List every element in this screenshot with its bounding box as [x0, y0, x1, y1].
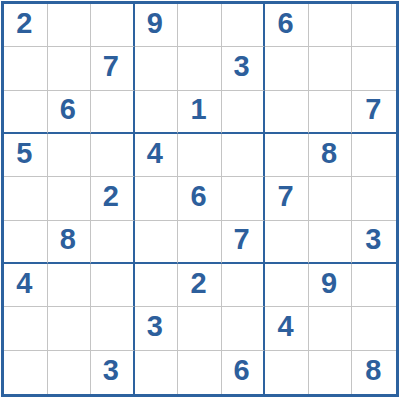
cell-r3c5[interactable]: 1 — [178, 91, 222, 134]
cell-r4c8[interactable]: 8 — [309, 134, 353, 177]
cell-r5c2[interactable] — [48, 177, 92, 220]
cell-r8c1[interactable] — [4, 307, 48, 350]
cell-r1c1[interactable]: 2 — [4, 4, 48, 47]
cell-r9c6[interactable]: 6 — [222, 351, 266, 394]
cell-r4c3[interactable] — [91, 134, 135, 177]
cell-r9c7[interactable] — [265, 351, 309, 394]
cell-r7c9[interactable] — [352, 264, 396, 307]
cell-r5c1[interactable] — [4, 177, 48, 220]
cell-r1c3[interactable] — [91, 4, 135, 47]
cell-r1c4[interactable]: 9 — [135, 4, 179, 47]
cell-r7c5[interactable]: 2 — [178, 264, 222, 307]
cell-r6c7[interactable] — [265, 221, 309, 264]
cell-r7c7[interactable] — [265, 264, 309, 307]
cell-r2c6[interactable]: 3 — [222, 47, 266, 90]
cell-r9c1[interactable] — [4, 351, 48, 394]
cell-r8c8[interactable] — [309, 307, 353, 350]
cell-r9c2[interactable] — [48, 351, 92, 394]
cell-r9c3[interactable]: 3 — [91, 351, 135, 394]
cell-r1c6[interactable] — [222, 4, 266, 47]
cell-r6c1[interactable] — [4, 221, 48, 264]
cell-r2c9[interactable] — [352, 47, 396, 90]
cell-r1c2[interactable] — [48, 4, 92, 47]
cell-r6c6[interactable]: 7 — [222, 221, 266, 264]
cell-r7c6[interactable] — [222, 264, 266, 307]
cell-r7c3[interactable] — [91, 264, 135, 307]
cell-r5c8[interactable] — [309, 177, 353, 220]
cell-r7c8[interactable]: 9 — [309, 264, 353, 307]
cell-r8c9[interactable] — [352, 307, 396, 350]
cell-r4c6[interactable] — [222, 134, 266, 177]
cell-r2c3[interactable]: 7 — [91, 47, 135, 90]
cell-r8c3[interactable] — [91, 307, 135, 350]
cell-r3c6[interactable] — [222, 91, 266, 134]
cell-r4c2[interactable] — [48, 134, 92, 177]
cell-r9c8[interactable] — [309, 351, 353, 394]
cell-r6c9[interactable]: 3 — [352, 221, 396, 264]
cell-r8c4[interactable]: 3 — [135, 307, 179, 350]
cell-r5c9[interactable] — [352, 177, 396, 220]
cell-r9c4[interactable] — [135, 351, 179, 394]
cell-r6c5[interactable] — [178, 221, 222, 264]
cell-r8c7[interactable]: 4 — [265, 307, 309, 350]
sudoku-page: 2967361754826787342934368 — [0, 0, 400, 398]
cell-r6c8[interactable] — [309, 221, 353, 264]
cell-r9c5[interactable] — [178, 351, 222, 394]
cell-r5c4[interactable] — [135, 177, 179, 220]
cell-r3c9[interactable]: 7 — [352, 91, 396, 134]
cell-r7c2[interactable] — [48, 264, 92, 307]
cell-r8c2[interactable] — [48, 307, 92, 350]
cell-r1c7[interactable]: 6 — [265, 4, 309, 47]
cell-r2c8[interactable] — [309, 47, 353, 90]
cell-r3c8[interactable] — [309, 91, 353, 134]
cell-r2c4[interactable] — [135, 47, 179, 90]
cell-r3c7[interactable] — [265, 91, 309, 134]
cell-r4c1[interactable]: 5 — [4, 134, 48, 177]
cell-r5c6[interactable] — [222, 177, 266, 220]
cell-r3c3[interactable] — [91, 91, 135, 134]
cell-r2c1[interactable] — [4, 47, 48, 90]
cell-r5c7[interactable]: 7 — [265, 177, 309, 220]
cell-r1c9[interactable] — [352, 4, 396, 47]
cell-r8c5[interactable] — [178, 307, 222, 350]
cell-r3c4[interactable] — [135, 91, 179, 134]
sudoku-board: 2967361754826787342934368 — [1, 1, 399, 397]
cell-r7c4[interactable] — [135, 264, 179, 307]
cell-r2c5[interactable] — [178, 47, 222, 90]
cell-r4c4[interactable]: 4 — [135, 134, 179, 177]
cell-r4c7[interactable] — [265, 134, 309, 177]
cell-r1c8[interactable] — [309, 4, 353, 47]
cell-r6c2[interactable]: 8 — [48, 221, 92, 264]
cell-r5c5[interactable]: 6 — [178, 177, 222, 220]
cell-r4c5[interactable] — [178, 134, 222, 177]
cell-r2c7[interactable] — [265, 47, 309, 90]
cell-r4c9[interactable] — [352, 134, 396, 177]
cell-r1c5[interactable] — [178, 4, 222, 47]
cell-r3c2[interactable]: 6 — [48, 91, 92, 134]
cell-r9c9[interactable]: 8 — [352, 351, 396, 394]
cell-r2c2[interactable] — [48, 47, 92, 90]
cell-r6c3[interactable] — [91, 221, 135, 264]
cell-r5c3[interactable]: 2 — [91, 177, 135, 220]
cell-r7c1[interactable]: 4 — [4, 264, 48, 307]
cell-r3c1[interactable] — [4, 91, 48, 134]
cell-r8c6[interactable] — [222, 307, 266, 350]
cell-r6c4[interactable] — [135, 221, 179, 264]
